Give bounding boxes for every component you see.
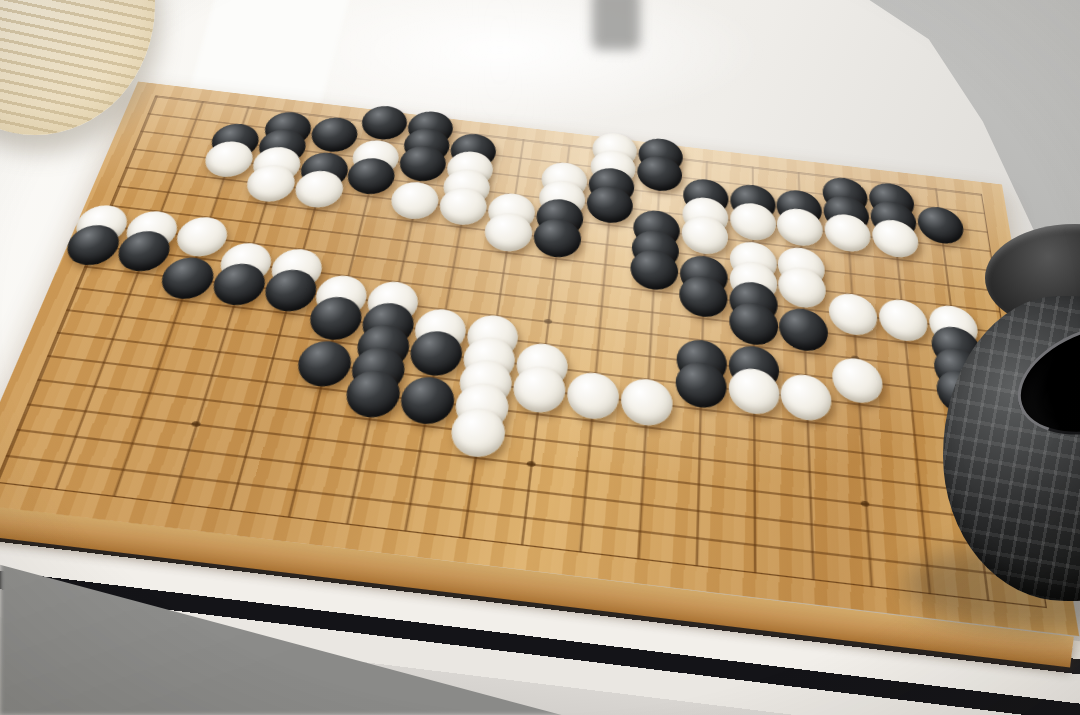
white-stone [832, 356, 885, 406]
black-stone [293, 339, 355, 390]
white-stone [781, 372, 833, 423]
black-stone [307, 115, 361, 154]
white-stone [878, 297, 930, 344]
white-stone [619, 377, 673, 429]
black-stone [397, 375, 458, 428]
go-game-photo-scene [0, 0, 1080, 715]
white-stone [565, 370, 620, 422]
blurred-background-object [592, 0, 640, 50]
black-stone [916, 205, 966, 246]
white-stone [388, 180, 442, 222]
black-stone [155, 255, 218, 302]
black-stone [779, 306, 829, 353]
white-stone [828, 291, 879, 337]
white-stone [171, 214, 232, 258]
black-bowl-opening [1003, 301, 1080, 455]
